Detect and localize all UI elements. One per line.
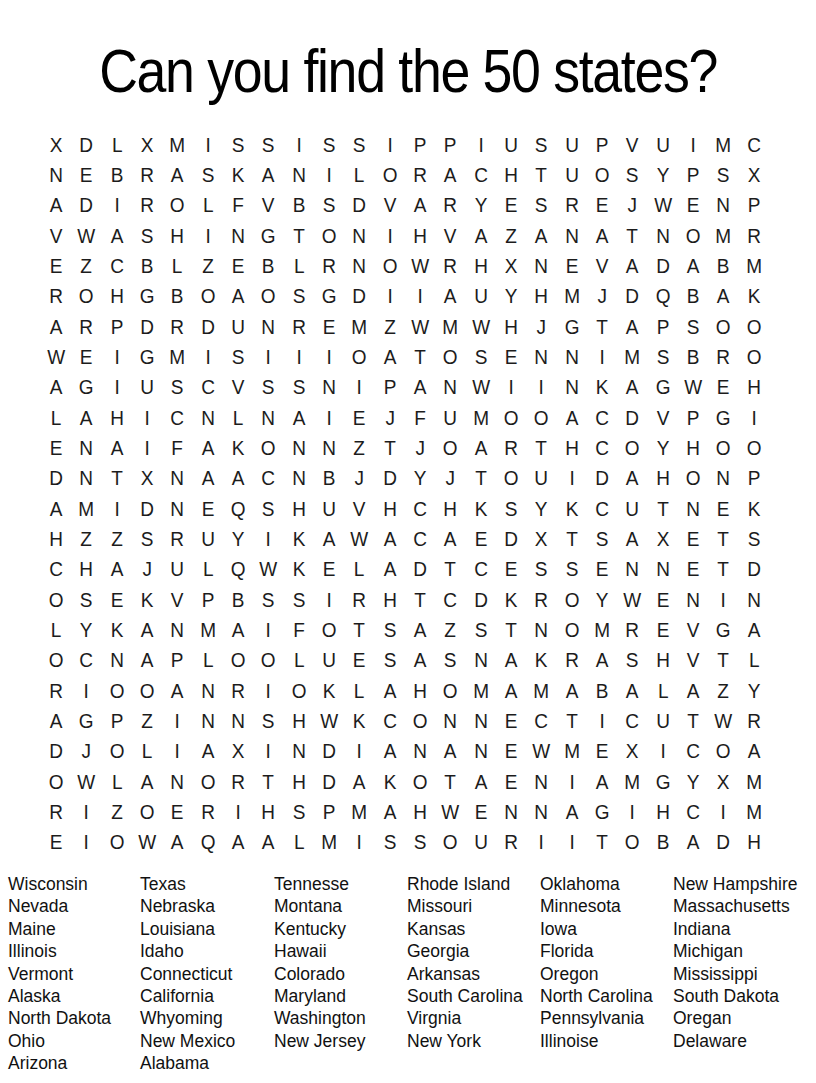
grid-cell: R <box>315 251 344 281</box>
grid-cell: P <box>102 312 131 342</box>
grid-cell: X <box>133 464 162 494</box>
grid-cell: A <box>42 312 71 342</box>
grid-cell: D <box>497 524 526 554</box>
grid-cell: A <box>224 828 253 858</box>
word-item: Oregon <box>540 963 673 985</box>
grid-cell: X <box>497 251 526 281</box>
word-item: Georgia <box>407 940 540 962</box>
grid-cell: Z <box>345 433 374 463</box>
grid-cell: G <box>557 312 586 342</box>
grid-cell: J <box>345 464 374 494</box>
grid-cell: S <box>163 373 192 403</box>
grid-cell: M <box>618 342 647 372</box>
grid-cell: S <box>618 160 647 190</box>
grid-cell: N <box>193 676 222 706</box>
grid-cell: O <box>527 403 556 433</box>
grid-cell: K <box>588 373 617 403</box>
grid-cell: C <box>588 403 617 433</box>
grid-cell: L <box>345 555 374 585</box>
grid-cell: O <box>315 615 344 645</box>
grid-cell: R <box>527 585 556 615</box>
grid-cell: A <box>193 433 222 463</box>
word-item: Minnesota <box>540 895 673 917</box>
grid-cell: N <box>557 221 586 251</box>
grid-cell: N <box>406 737 435 767</box>
grid-cell: R <box>739 221 768 251</box>
grid-cell: U <box>618 494 647 524</box>
word-item: Oregan <box>673 1007 808 1029</box>
grid-cell: U <box>557 130 586 160</box>
grid-cell: K <box>315 676 344 706</box>
grid-cell: F <box>406 403 435 433</box>
grid-cell: H <box>375 494 404 524</box>
word-item: Florida <box>540 940 673 962</box>
grid-cell: P <box>375 373 404 403</box>
grid-cell: E <box>315 555 344 585</box>
grid-cell: S <box>315 191 344 221</box>
grid-cell: A <box>618 464 647 494</box>
grid-cell: D <box>709 828 738 858</box>
grid-cell: N <box>224 706 253 736</box>
grid-cell: R <box>497 828 526 858</box>
grid-cell: E <box>72 342 101 372</box>
grid-cell: U <box>436 403 465 433</box>
grid-cell: I <box>102 494 131 524</box>
grid-cell: N <box>527 797 556 827</box>
grid-cell: W <box>72 221 101 251</box>
grid-cell: B <box>163 282 192 312</box>
grid-cell: W <box>618 585 647 615</box>
grid-cell: E <box>497 706 526 736</box>
grid-cell: C <box>72 646 101 676</box>
grid-cell: I <box>315 403 344 433</box>
grid-cell: H <box>102 282 131 312</box>
grid-cell: U <box>315 646 344 676</box>
grid-cell: I <box>557 464 586 494</box>
grid-cell: X <box>224 737 253 767</box>
grid-cell: H <box>466 251 495 281</box>
word-item: Alabama <box>140 1052 274 1074</box>
grid-cell: P <box>102 706 131 736</box>
grid-cell: L <box>739 646 768 676</box>
grid-cell: N <box>345 251 374 281</box>
word-item: Mississippi <box>673 963 808 985</box>
word-item: Maine <box>8 918 140 940</box>
grid-cell: B <box>588 676 617 706</box>
grid-cell: T <box>618 221 647 251</box>
grid-cell: G <box>72 706 101 736</box>
grid-cell: W <box>406 312 435 342</box>
grid-cell: O <box>739 342 768 372</box>
grid-cell: W <box>648 191 677 221</box>
grid-cell: M <box>709 130 738 160</box>
grid-cell: A <box>618 251 647 281</box>
grid-cell: R <box>133 160 162 190</box>
grid-cell: B <box>254 251 283 281</box>
grid-cell: N <box>224 221 253 251</box>
grid-cell: S <box>466 342 495 372</box>
grid-cell: L <box>648 676 677 706</box>
grid-cell: I <box>406 282 435 312</box>
grid-cell: C <box>466 160 495 190</box>
grid-cell: X <box>527 524 556 554</box>
grid-cell: H <box>557 433 586 463</box>
grid-cell: N <box>284 160 313 190</box>
grid-cell: M <box>618 767 647 797</box>
grid-cell: H <box>648 464 677 494</box>
grid-cell: S <box>466 615 495 645</box>
grid-cell: Y <box>739 676 768 706</box>
grid-cell: Q <box>224 494 253 524</box>
grid-cell: Z <box>133 706 162 736</box>
grid-cell: T <box>679 706 708 736</box>
grid-cell: M <box>163 130 192 160</box>
grid-cell: T <box>648 494 677 524</box>
grid-cell: T <box>436 767 465 797</box>
grid-cell: Z <box>497 221 526 251</box>
word-item: Vermont <box>8 963 140 985</box>
grid-cell: N <box>193 403 222 433</box>
grid-cell: A <box>133 646 162 676</box>
grid-cell: E <box>497 767 526 797</box>
grid-cell: E <box>72 160 101 190</box>
grid-cell: Z <box>102 524 131 554</box>
grid-cell: M <box>345 312 374 342</box>
grid-cell: N <box>527 251 556 281</box>
grid-cell: D <box>193 312 222 342</box>
grid-cell: Z <box>375 312 404 342</box>
grid-cell: E <box>466 797 495 827</box>
grid-cell: N <box>497 797 526 827</box>
grid-cell: N <box>557 373 586 403</box>
grid-cell: O <box>345 342 374 372</box>
grid-cell: H <box>284 767 313 797</box>
grid-cell: N <box>648 555 677 585</box>
word-item: Michigan <box>673 940 808 962</box>
grid-cell: Y <box>224 524 253 554</box>
grid-cell: A <box>375 555 404 585</box>
grid-cell: T <box>406 342 435 372</box>
grid-cell: C <box>739 130 768 160</box>
grid-cell: D <box>72 191 101 221</box>
grid-cell: L <box>133 737 162 767</box>
grid-cell: P <box>315 797 344 827</box>
grid-cell: I <box>102 342 131 372</box>
grid-cell: A <box>42 373 71 403</box>
grid-cell: Y <box>527 494 556 524</box>
word-item: Iowa <box>540 918 673 940</box>
grid-cell: K <box>284 555 313 585</box>
grid-cell: T <box>102 464 131 494</box>
grid-cell: E <box>224 251 253 281</box>
grid-cell: V <box>375 191 404 221</box>
grid-cell: E <box>345 646 374 676</box>
grid-cell: N <box>648 221 677 251</box>
word-item: Kentucky <box>274 918 407 940</box>
grid-cell: O <box>557 615 586 645</box>
grid-cell: N <box>254 403 283 433</box>
grid-cell: U <box>133 373 162 403</box>
grid-cell: D <box>133 312 162 342</box>
grid-cell: T <box>588 312 617 342</box>
grid-cell: O <box>42 646 71 676</box>
grid-cell: O <box>406 706 435 736</box>
grid-cell: A <box>315 524 344 554</box>
grid-cell: A <box>224 282 253 312</box>
word-list-column: Rhode IslandMissouriKansasGeorgiaArkansa… <box>407 873 540 1075</box>
grid-cell: I <box>618 797 647 827</box>
grid-cell: E <box>679 191 708 221</box>
grid-cell: O <box>133 797 162 827</box>
grid-cell: O <box>739 312 768 342</box>
grid-cell: Y <box>648 160 677 190</box>
grid-cell: H <box>739 373 768 403</box>
grid-cell: A <box>193 737 222 767</box>
grid-cell: Y <box>679 767 708 797</box>
grid-cell: T <box>345 615 374 645</box>
grid-cell: I <box>315 160 344 190</box>
grid-cell: A <box>42 706 71 736</box>
word-list-column: OklahomaMinnesotaIowaFloridaOregonNorth … <box>540 873 673 1075</box>
grid-cell: G <box>648 767 677 797</box>
grid-cell: N <box>709 191 738 221</box>
grid-cell: P <box>739 464 768 494</box>
grid-cell: I <box>345 828 374 858</box>
grid-cell: D <box>345 191 374 221</box>
grid-cell: X <box>618 737 647 767</box>
grid-cell: U <box>527 464 556 494</box>
grid-cell: E <box>466 524 495 554</box>
grid-cell: L <box>163 251 192 281</box>
grid-cell: W <box>72 767 101 797</box>
grid-cell: I <box>557 828 586 858</box>
grid-cell: E <box>42 828 71 858</box>
grid-cell: N <box>527 615 556 645</box>
grid-cell: D <box>588 464 617 494</box>
grid-cell: K <box>375 767 404 797</box>
grid-cell: I <box>345 373 374 403</box>
grid-cell: O <box>679 464 708 494</box>
grid-cell: O <box>193 767 222 797</box>
grid-cell: J <box>527 312 556 342</box>
grid-cell: E <box>709 373 738 403</box>
grid-cell: N <box>557 342 586 372</box>
grid-cell: C <box>193 373 222 403</box>
grid-cell: G <box>72 373 101 403</box>
grid-cell: N <box>436 706 465 736</box>
grid-cell: L <box>102 767 131 797</box>
grid-cell: E <box>345 403 374 433</box>
grid-cell: S <box>72 585 101 615</box>
grid-cell: P <box>588 130 617 160</box>
grid-cell: S <box>406 828 435 858</box>
word-item: North Dakota <box>8 1007 140 1029</box>
grid-cell: T <box>557 524 586 554</box>
grid-cell: A <box>406 191 435 221</box>
grid-cell: A <box>224 615 253 645</box>
grid-cell: B <box>709 251 738 281</box>
grid-cell: N <box>466 737 495 767</box>
grid-cell: O <box>42 767 71 797</box>
grid-cell: E <box>557 251 586 281</box>
grid-cell: H <box>406 221 435 251</box>
grid-cell: Z <box>193 251 222 281</box>
grid-cell: D <box>466 585 495 615</box>
grid-cell: O <box>102 737 131 767</box>
grid-cell: L <box>224 403 253 433</box>
grid-cell: Z <box>72 251 101 281</box>
grid-cell: S <box>345 130 374 160</box>
grid-cell: I <box>527 828 556 858</box>
grid-cell: K <box>102 615 131 645</box>
grid-cell: O <box>254 282 283 312</box>
grid-cell: G <box>133 282 162 312</box>
grid-cell: A <box>133 767 162 797</box>
word-item: Colorado <box>274 963 407 985</box>
grid-cell: A <box>466 221 495 251</box>
grid-cell: N <box>618 555 647 585</box>
grid-cell: A <box>72 403 101 433</box>
grid-cell: K <box>224 433 253 463</box>
grid-cell: I <box>72 828 101 858</box>
grid-cell: N <box>345 221 374 251</box>
grid-cell: K <box>466 494 495 524</box>
grid-cell: T <box>709 555 738 585</box>
grid-cell: O <box>42 585 71 615</box>
grid-cell: A <box>497 676 526 706</box>
grid-cell: A <box>345 767 374 797</box>
word-item: Hawaii <box>274 940 407 962</box>
grid-cell: I <box>254 615 283 645</box>
grid-cell: I <box>193 221 222 251</box>
grid-cell: R <box>557 646 586 676</box>
grid-cell: R <box>42 797 71 827</box>
grid-cell: A <box>739 737 768 767</box>
grid-cell: O <box>406 767 435 797</box>
grid-cell: E <box>497 737 526 767</box>
grid-cell: X <box>739 160 768 190</box>
grid-cell: Q <box>224 555 253 585</box>
grid-cell: O <box>709 737 738 767</box>
grid-cell: I <box>466 130 495 160</box>
grid-cell: S <box>679 312 708 342</box>
grid-cell: R <box>163 524 192 554</box>
grid-cell: Y <box>648 433 677 463</box>
grid-cell: S <box>648 342 677 372</box>
grid-cell: H <box>739 828 768 858</box>
word-item: Illinoise <box>540 1030 673 1052</box>
grid-cell: I <box>315 342 344 372</box>
grid-cell: J <box>406 433 435 463</box>
grid-cell: K <box>284 524 313 554</box>
grid-cell: I <box>709 585 738 615</box>
grid-cell: V <box>254 191 283 221</box>
grid-cell: H <box>284 494 313 524</box>
grid-cell: V <box>345 494 374 524</box>
grid-cell: C <box>466 555 495 585</box>
word-list-column: WisconsinNevadaMaineIllinoisVermontAlask… <box>8 873 140 1075</box>
grid-cell: O <box>375 251 404 281</box>
word-item: Indiana <box>673 918 808 940</box>
grid-cell: P <box>739 191 768 221</box>
grid-cell: O <box>588 160 617 190</box>
grid-cell: F <box>163 433 192 463</box>
grid-cell: P <box>679 403 708 433</box>
grid-cell: N <box>739 585 768 615</box>
grid-cell: E <box>588 737 617 767</box>
grid-cell: L <box>284 646 313 676</box>
grid-cell: M <box>557 282 586 312</box>
word-search-grid: XDLXMISSISSIPPIUSUPVUIMCNEBRASKANILORACH… <box>41 130 769 858</box>
grid-cell: N <box>436 373 465 403</box>
grid-cell: S <box>739 524 768 554</box>
grid-cell: T <box>466 464 495 494</box>
grid-cell: D <box>406 555 435 585</box>
grid-cell: L <box>42 403 71 433</box>
grid-cell: O <box>436 676 465 706</box>
word-item: North Carolina <box>540 985 673 1007</box>
grid-cell: G <box>648 373 677 403</box>
grid-cell: S <box>254 130 283 160</box>
word-item: California <box>140 985 274 1007</box>
grid-cell: O <box>497 464 526 494</box>
grid-cell: A <box>375 676 404 706</box>
grid-cell: I <box>284 342 313 372</box>
grid-cell: W <box>42 342 71 372</box>
word-item: Wisconsin <box>8 873 140 895</box>
grid-cell: A <box>406 646 435 676</box>
title-container: Can you find the 50 states? <box>0 36 816 106</box>
grid-cell: N <box>315 433 344 463</box>
grid-cell: S <box>527 191 556 221</box>
grid-cell: A <box>102 221 131 251</box>
grid-cell: E <box>648 585 677 615</box>
grid-cell: S <box>618 646 647 676</box>
grid-cell: D <box>739 555 768 585</box>
grid-cell: R <box>72 312 101 342</box>
grid-cell: P <box>648 312 677 342</box>
grid-cell: G <box>588 797 617 827</box>
grid-cell: C <box>42 555 71 585</box>
grid-cell: H <box>436 494 465 524</box>
grid-cell: N <box>163 494 192 524</box>
grid-cell: O <box>436 342 465 372</box>
grid-cell: A <box>42 191 71 221</box>
grid-cell: A <box>193 464 222 494</box>
grid-cell: Y <box>72 615 101 645</box>
grid-cell: D <box>618 282 647 312</box>
grid-cell: N <box>466 706 495 736</box>
grid-cell: F <box>284 615 313 645</box>
grid-cell: R <box>406 160 435 190</box>
grid-cell: P <box>193 585 222 615</box>
grid-cell: L <box>345 160 374 190</box>
grid-cell: Z <box>102 797 131 827</box>
grid-cell: G <box>315 282 344 312</box>
grid-cell: B <box>679 282 708 312</box>
grid-cell: J <box>436 464 465 494</box>
grid-cell: S <box>315 130 344 160</box>
grid-cell: I <box>315 585 344 615</box>
grid-cell: I <box>527 373 556 403</box>
grid-cell: K <box>497 585 526 615</box>
grid-cell: A <box>466 767 495 797</box>
grid-cell: I <box>102 373 131 403</box>
grid-cell: G <box>709 403 738 433</box>
grid-cell: S <box>224 130 253 160</box>
grid-cell: C <box>375 706 404 736</box>
grid-cell: W <box>315 706 344 736</box>
